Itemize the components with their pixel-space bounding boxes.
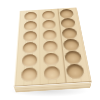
pit-cell: [41, 65, 65, 81]
pit-cell: [63, 63, 88, 79]
pit-cell: [41, 52, 64, 67]
pit-r5-c1[interactable]: [22, 53, 37, 66]
pit-r5-c3[interactable]: [65, 50, 83, 64]
pit-r5-c2[interactable]: [44, 52, 60, 65]
pit-r6-c3[interactable]: [66, 64, 85, 80]
pit-cell: [18, 53, 40, 68]
mancala-board: [14, 7, 92, 86]
pit-cell: [18, 66, 42, 82]
photo-background: [0, 0, 100, 100]
pit-r4-c1[interactable]: [23, 41, 38, 53]
pit-r4-c2[interactable]: [43, 40, 58, 52]
pit-cell: [61, 38, 84, 51]
pit-r4-c3[interactable]: [63, 39, 80, 52]
pit-cell: [19, 41, 40, 54]
pit-cell: [40, 40, 61, 53]
board-top-face: [14, 7, 92, 86]
pit-r2-c1[interactable]: [24, 20, 37, 30]
pit-r2-c2[interactable]: [43, 19, 57, 29]
pit-cell: [62, 50, 86, 65]
pit-r6-c2[interactable]: [44, 65, 61, 80]
pit-grid: [15, 7, 91, 85]
pit-r3-c2[interactable]: [43, 29, 57, 40]
pit-r3-c1[interactable]: [23, 30, 37, 41]
pit-r6-c1[interactable]: [21, 67, 37, 82]
